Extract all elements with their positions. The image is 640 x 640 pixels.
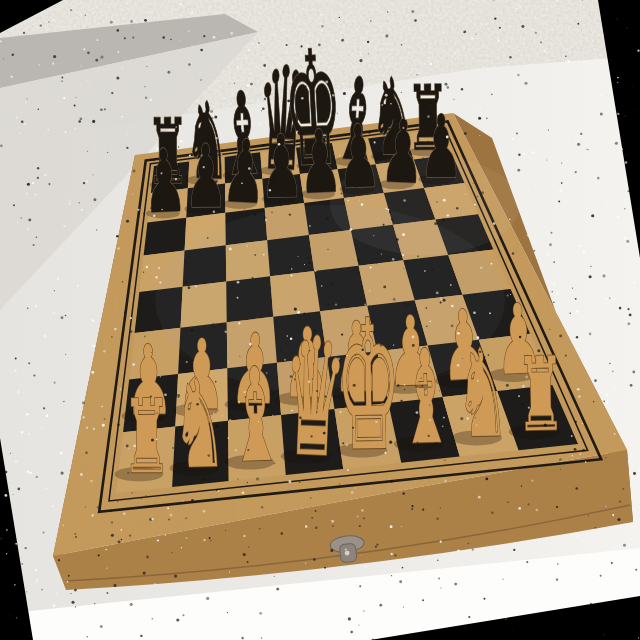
svg-text:♜: ♜ — [515, 335, 566, 454]
svg-text:♜: ♜ — [122, 378, 171, 496]
piece-white-rook-h1[interactable]: ♜ — [515, 335, 566, 454]
photo: ♜♞♝♛♚♝♞♜♟♟♟♟♟♟♟♟♟♟♟♟♟♟♟♟♜♞♝♛♚♝♞♜ — [0, 0, 640, 640]
svg-text:♚: ♚ — [334, 281, 402, 490]
piece-black-pawn-h7[interactable]: ♟ — [419, 97, 463, 199]
piece-white-king-e1[interactable]: ♚ — [334, 281, 402, 490]
piece-white-bishop-f1[interactable]: ♝ — [397, 321, 455, 474]
svg-text:♝: ♝ — [227, 339, 285, 492]
piece-white-knight-b1[interactable]: ♞ — [171, 353, 227, 497]
piece-white-knight-g1[interactable]: ♞ — [455, 322, 510, 465]
svg-text:♟: ♟ — [141, 130, 189, 233]
piece-white-bishop-c1[interactable]: ♝ — [227, 339, 285, 492]
piece-white-rook-a1[interactable]: ♜ — [122, 378, 171, 496]
svg-text:♝: ♝ — [397, 321, 455, 474]
svg-text:♞: ♞ — [455, 322, 510, 465]
svg-text:♟: ♟ — [419, 97, 463, 199]
chess-photo-scene: ♜♞♝♛♚♝♞♜♟♟♟♟♟♟♟♟♟♟♟♟♟♟♟♟♜♞♝♛♚♝♞♜ — [0, 0, 640, 640]
svg-text:♞: ♞ — [171, 353, 227, 497]
piece-black-pawn-a7[interactable]: ♟ — [141, 130, 189, 233]
